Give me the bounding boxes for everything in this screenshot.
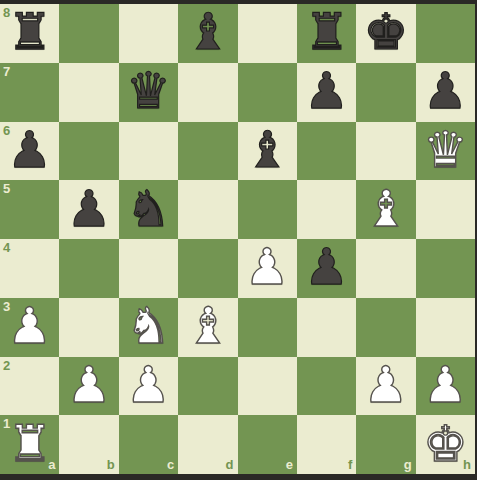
square-g6[interactable] [356,122,415,181]
square-c8[interactable] [119,4,178,63]
piece-black-pawn-b5[interactable]: ♟ [67,184,112,234]
square-a1[interactable]: 1a♜ [0,415,59,474]
square-b3[interactable] [59,298,118,357]
chess-board[interactable]: 8♜♝♜♚7♛♟♟6♟♝♛5♟♞♝4♟♟3♟♞♝2♟♟♟♟1a♜bcdefgh♚ [0,4,477,474]
piece-black-bishop-d8[interactable]: ♝ [185,7,230,57]
square-b7[interactable] [59,63,118,122]
file-label-g: g [404,458,412,471]
piece-white-bishop-d3[interactable]: ♝ [185,301,230,351]
square-f6[interactable] [297,122,356,181]
square-c6[interactable] [119,122,178,181]
square-e3[interactable] [238,298,297,357]
rank-label-4: 4 [3,241,10,254]
square-g4[interactable] [356,239,415,298]
square-h7[interactable]: ♟ [416,63,475,122]
piece-white-king-h1[interactable]: ♚ [423,419,468,469]
square-d1[interactable]: d [178,415,237,474]
square-h1[interactable]: h♚ [416,415,475,474]
rank-label-7: 7 [3,65,10,78]
square-b1[interactable]: b [59,415,118,474]
piece-white-pawn-a3[interactable]: ♟ [7,301,52,351]
square-g1[interactable]: g [356,415,415,474]
square-f7[interactable]: ♟ [297,63,356,122]
square-e4[interactable]: ♟ [238,239,297,298]
square-c3[interactable]: ♞ [119,298,178,357]
square-f2[interactable] [297,357,356,416]
square-e6[interactable]: ♝ [238,122,297,181]
piece-white-pawn-e4[interactable]: ♟ [245,242,290,292]
square-c4[interactable] [119,239,178,298]
piece-white-pawn-b2[interactable]: ♟ [67,360,112,410]
piece-black-knight-c5[interactable]: ♞ [126,184,171,234]
chess-app-frame: 8♜♝♜♚7♛♟♟6♟♝♛5♟♞♝4♟♟3♟♞♝2♟♟♟♟1a♜bcdefgh♚ [0,0,477,480]
piece-black-king-g8[interactable]: ♚ [364,7,409,57]
square-h2[interactable]: ♟ [416,357,475,416]
square-b8[interactable] [59,4,118,63]
square-f4[interactable]: ♟ [297,239,356,298]
square-g5[interactable]: ♝ [356,180,415,239]
file-label-d: d [226,458,234,471]
square-g8[interactable]: ♚ [356,4,415,63]
square-h8[interactable] [416,4,475,63]
square-d6[interactable] [178,122,237,181]
square-d5[interactable] [178,180,237,239]
file-label-c: c [167,458,174,471]
piece-black-pawn-a6[interactable]: ♟ [7,125,52,175]
file-label-f: f [348,458,352,471]
square-f3[interactable] [297,298,356,357]
piece-black-pawn-h7[interactable]: ♟ [423,66,468,116]
piece-white-knight-c3[interactable]: ♞ [126,301,171,351]
square-g3[interactable] [356,298,415,357]
square-e1[interactable]: e [238,415,297,474]
square-b6[interactable] [59,122,118,181]
square-c5[interactable]: ♞ [119,180,178,239]
piece-white-queen-h6[interactable]: ♛ [423,125,468,175]
piece-white-bishop-g5[interactable]: ♝ [364,184,409,234]
square-h6[interactable]: ♛ [416,122,475,181]
square-f8[interactable]: ♜ [297,4,356,63]
square-a4[interactable]: 4 [0,239,59,298]
square-c1[interactable]: c [119,415,178,474]
square-a6[interactable]: 6♟ [0,122,59,181]
file-label-b: b [107,458,115,471]
rank-label-5: 5 [3,182,10,195]
piece-black-bishop-e6[interactable]: ♝ [245,125,290,175]
square-d7[interactable] [178,63,237,122]
square-b2[interactable]: ♟ [59,357,118,416]
square-a3[interactable]: 3♟ [0,298,59,357]
rank-label-2: 2 [3,359,10,372]
piece-white-pawn-c2[interactable]: ♟ [126,360,171,410]
square-b4[interactable] [59,239,118,298]
square-e2[interactable] [238,357,297,416]
square-g7[interactable] [356,63,415,122]
file-label-e: e [286,458,293,471]
piece-black-rook-f8[interactable]: ♜ [304,7,349,57]
piece-white-pawn-h2[interactable]: ♟ [423,360,468,410]
square-c2[interactable]: ♟ [119,357,178,416]
piece-black-queen-c7[interactable]: ♛ [126,66,171,116]
square-h5[interactable] [416,180,475,239]
square-h3[interactable] [416,298,475,357]
piece-black-pawn-f7[interactable]: ♟ [304,66,349,116]
square-e5[interactable] [238,180,297,239]
square-c7[interactable]: ♛ [119,63,178,122]
square-d8[interactable]: ♝ [178,4,237,63]
piece-white-pawn-g2[interactable]: ♟ [364,360,409,410]
square-b5[interactable]: ♟ [59,180,118,239]
square-a2[interactable]: 2 [0,357,59,416]
square-a8[interactable]: 8♜ [0,4,59,63]
square-d2[interactable] [178,357,237,416]
piece-black-rook-a8[interactable]: ♜ [7,7,52,57]
square-h4[interactable] [416,239,475,298]
square-f5[interactable] [297,180,356,239]
square-a5[interactable]: 5 [0,180,59,239]
piece-white-rook-a1[interactable]: ♜ [7,419,52,469]
square-a7[interactable]: 7 [0,63,59,122]
square-e7[interactable] [238,63,297,122]
square-g2[interactable]: ♟ [356,357,415,416]
square-e8[interactable] [238,4,297,63]
square-d3[interactable]: ♝ [178,298,237,357]
piece-black-pawn-f4[interactable]: ♟ [304,242,349,292]
square-f1[interactable]: f [297,415,356,474]
bottom-edge-bar [0,474,477,480]
square-d4[interactable] [178,239,237,298]
